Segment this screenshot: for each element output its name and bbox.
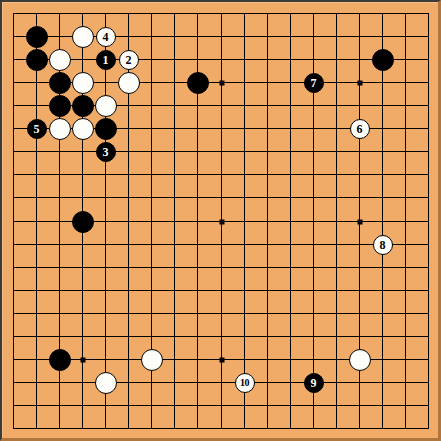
- move-number-label: 2: [126, 54, 132, 66]
- stone-white: [118, 72, 140, 94]
- move-1-stone-black: 1: [96, 50, 116, 70]
- grid-line-horizontal: [13, 336, 429, 337]
- stone-white: [95, 95, 117, 117]
- grid-line-vertical: [405, 13, 406, 429]
- grid-line-vertical: [382, 13, 383, 429]
- move-number-label: 10: [240, 378, 249, 388]
- move-8-stone-white: 8: [373, 235, 393, 255]
- stone-white: [72, 26, 94, 48]
- grid-line-vertical: [244, 13, 245, 429]
- move-7-stone-black: 7: [304, 73, 324, 93]
- star-point: [357, 80, 362, 85]
- star-point: [219, 357, 224, 362]
- stone-black: [95, 118, 117, 140]
- grid-line-horizontal: [13, 428, 429, 429]
- stone-black: [49, 349, 71, 371]
- grid-line-vertical: [428, 13, 429, 429]
- stone-black: [49, 95, 71, 117]
- move-number-label: 5: [34, 123, 40, 135]
- stone-black: [187, 72, 209, 94]
- star-point: [80, 357, 85, 362]
- stone-white: [49, 118, 71, 140]
- stone-black: [372, 49, 394, 71]
- stone-black: [72, 95, 94, 117]
- move-number-label: 4: [103, 31, 109, 43]
- move-number-label: 9: [311, 377, 317, 389]
- move-10-stone-white: 10: [235, 373, 255, 393]
- stone-white: [141, 349, 163, 371]
- move-3-stone-black: 3: [96, 142, 116, 162]
- go-diagram: 12345678910: [0, 0, 441, 441]
- go-board: 12345678910: [0, 0, 441, 441]
- stone-white: [349, 349, 371, 371]
- move-9-stone-black: 9: [304, 373, 324, 393]
- star-point: [357, 219, 362, 224]
- move-number-label: 3: [103, 146, 109, 158]
- stone-black: [26, 49, 48, 71]
- move-number-label: 6: [357, 123, 363, 135]
- stone-white: [72, 72, 94, 94]
- stone-white: [49, 49, 71, 71]
- stone-black: [26, 26, 48, 48]
- move-number-label: 1: [103, 54, 109, 66]
- move-5-stone-black: 5: [27, 119, 47, 139]
- stone-white: [72, 118, 94, 140]
- grid-line-vertical: [336, 13, 337, 429]
- grid-line-horizontal: [13, 405, 429, 406]
- grid-line-horizontal: [13, 382, 429, 383]
- stone-black: [72, 211, 94, 233]
- grid-line-vertical: [290, 13, 291, 429]
- grid-line-horizontal: [13, 290, 429, 291]
- grid-line-horizontal: [13, 244, 429, 245]
- grid-line-vertical: [267, 13, 268, 429]
- stone-black: [49, 72, 71, 94]
- star-point: [219, 219, 224, 224]
- move-2-stone-white: 2: [119, 50, 139, 70]
- star-point: [219, 80, 224, 85]
- grid-line-horizontal: [13, 267, 429, 268]
- move-6-stone-white: 6: [350, 119, 370, 139]
- stone-white: [95, 372, 117, 394]
- move-4-stone-white: 4: [96, 27, 116, 47]
- move-number-label: 7: [311, 77, 317, 89]
- move-number-label: 8: [380, 239, 386, 251]
- grid-line-horizontal: [13, 313, 429, 314]
